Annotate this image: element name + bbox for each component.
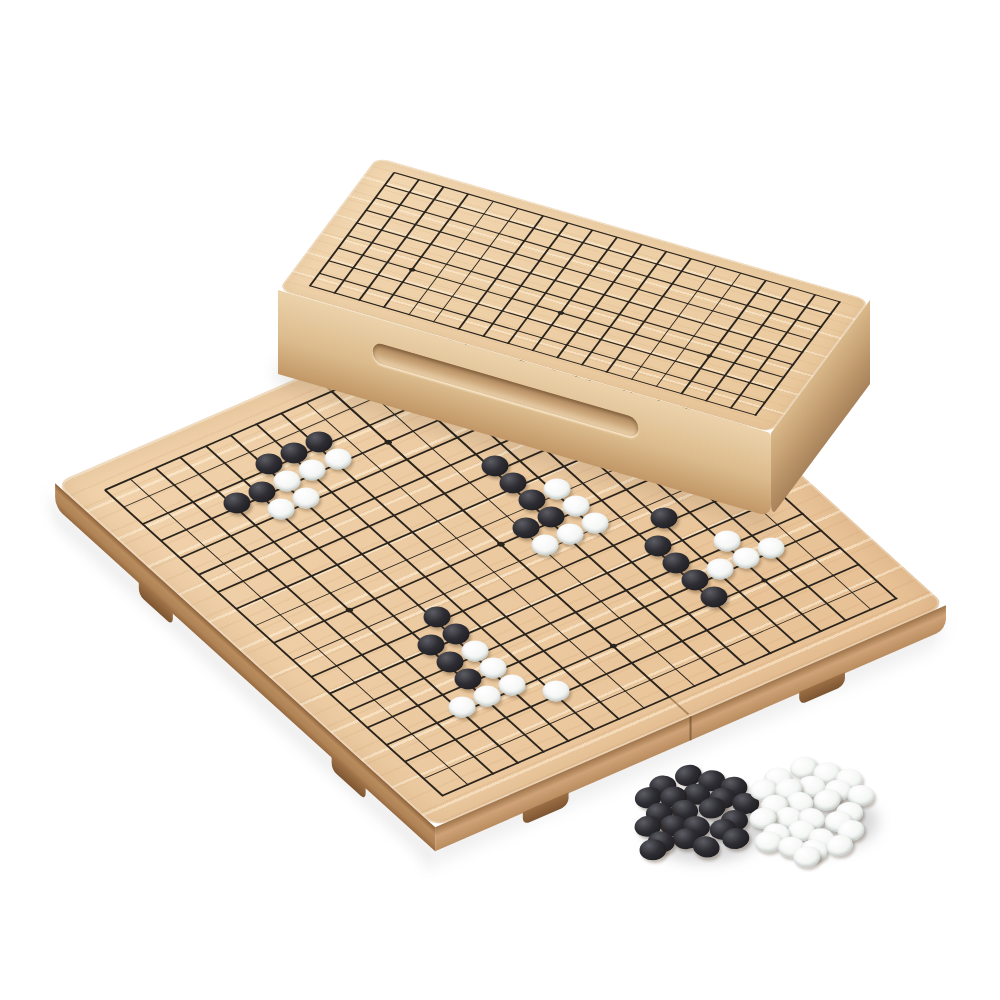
board-foot bbox=[799, 672, 845, 705]
product-photo-scene bbox=[0, 0, 1000, 1000]
board-foot bbox=[523, 792, 569, 825]
black-stone bbox=[639, 839, 667, 861]
white-stone-pile bbox=[748, 760, 898, 880]
board-fold-seam-side bbox=[689, 716, 691, 741]
grid-line bbox=[404, 564, 860, 763]
